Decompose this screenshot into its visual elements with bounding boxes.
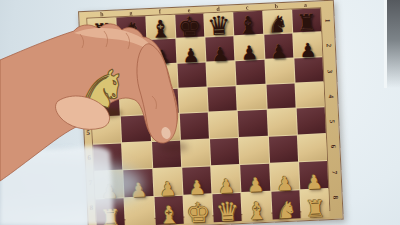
square-g2: ♟: [118, 40, 147, 65]
square-g8: [125, 197, 155, 225]
square-e2: ♟: [176, 38, 205, 63]
square-f5: [150, 114, 179, 141]
square-e3: [177, 62, 206, 87]
square-h5: [92, 116, 121, 143]
square-g4: [120, 90, 149, 116]
piece-light-queen-d8: ♛: [215, 198, 239, 225]
square-g3: [119, 65, 148, 90]
square-d7: ♟: [211, 165, 240, 193]
piece-dark-queen-d1: ♛: [207, 12, 231, 39]
square-d2: ♟: [205, 36, 234, 61]
square-e5: [180, 112, 209, 139]
square-f7: ♟: [153, 167, 182, 195]
square-f2: ♟: [147, 39, 176, 64]
square-b2: ♟: [264, 34, 293, 59]
square-c6: [239, 136, 268, 163]
square-f4: [149, 88, 178, 114]
square-d4: [208, 86, 237, 112]
square-d8: ♛: [212, 193, 242, 223]
square-c8: ♝: [242, 191, 272, 221]
square-b8: ♞: [271, 190, 301, 220]
square-e4: [178, 87, 207, 113]
square-a6: [298, 134, 327, 161]
square-a2: ♟: [293, 32, 322, 57]
square-a7: ♟: [299, 161, 328, 189]
square-h3: [90, 66, 119, 91]
square-c1: ♝: [233, 11, 262, 35]
board-grid: ♜♞♝♚♛♝♞♜♟♟♟♟♟♟♟♟♟♟♟♟♟♟♟♟♜♝♚♛♝♞♜: [87, 8, 329, 220]
square-g5: [121, 115, 150, 142]
square-c3: [236, 59, 265, 84]
square-a8: ♜: [300, 189, 330, 219]
piece-dark-king-e1: ♚: [177, 13, 202, 41]
square-d1: ♛: [204, 12, 233, 36]
square-b1: ♞: [263, 10, 292, 34]
square-g1: ♞: [117, 16, 146, 40]
square-a3: [294, 57, 323, 82]
square-d6: [210, 138, 239, 165]
square-f3: [148, 63, 177, 88]
square-h1: ♜: [87, 18, 116, 42]
background-strip: [384, 0, 400, 88]
square-d5: [209, 111, 238, 138]
square-b6: [268, 135, 297, 162]
square-g6: [122, 142, 151, 169]
square-g7: ♟: [124, 169, 153, 197]
square-e6: [181, 139, 210, 166]
square-f1: ♝: [146, 15, 175, 39]
piece-light-rook-h8: ♜: [100, 207, 122, 225]
square-b7: ♟: [270, 162, 299, 190]
square-c4: [237, 84, 266, 110]
square-b3: [265, 58, 294, 83]
square-c2: ♟: [235, 35, 264, 60]
square-e1: ♚: [175, 14, 204, 38]
square-h2: ♟: [88, 42, 117, 67]
chess-board: 12345678 12345678 hgfedcba hgfedcba ♜♞♝♚…: [78, 0, 344, 225]
square-d3: [206, 61, 235, 86]
square-f8: ♝: [154, 195, 184, 225]
square-e8: ♚: [183, 194, 213, 224]
square-f6: [152, 140, 181, 167]
square-h7: ♟: [94, 170, 123, 198]
square-b4: [266, 83, 295, 109]
square-h4: [91, 91, 120, 117]
photo-scene: 12345678 12345678 hgfedcba hgfedcba ♜♞♝♚…: [0, 0, 400, 225]
square-a4: [295, 82, 324, 108]
square-h8: ♜: [96, 198, 126, 225]
piece-light-king-e8: ♚: [185, 198, 210, 225]
square-e7: ♟: [182, 166, 211, 194]
square-c7: ♟: [240, 163, 269, 191]
square-a1: ♜: [292, 8, 321, 32]
square-c5: [238, 110, 267, 137]
square-b5: [267, 108, 296, 135]
square-a5: [296, 107, 325, 134]
piece-light-bishop-f8: ♝: [158, 203, 181, 225]
square-h6: [93, 143, 122, 170]
